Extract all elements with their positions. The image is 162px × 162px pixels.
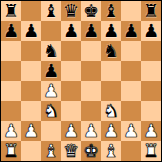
square-d4[interactable] [61, 81, 81, 101]
square-h2[interactable]: ♟ [141, 121, 161, 141]
piece-black-rook[interactable]: ♜ [3, 1, 19, 21]
piece-black-pawn[interactable]: ♟ [143, 21, 159, 41]
square-b1[interactable] [21, 141, 41, 161]
piece-black-knight[interactable]: ♞ [103, 41, 119, 61]
piece-white-pawn[interactable]: ♟ [103, 121, 119, 141]
square-h8[interactable]: ♜ [141, 1, 161, 21]
piece-white-rook[interactable]: ♜ [3, 141, 19, 161]
piece-black-pawn[interactable]: ♟ [3, 21, 19, 41]
square-f2[interactable]: ♟ [101, 121, 121, 141]
square-g4[interactable] [121, 81, 141, 101]
square-e3[interactable] [81, 101, 101, 121]
piece-white-pawn[interactable]: ♟ [23, 121, 39, 141]
square-f5[interactable] [101, 61, 121, 81]
square-h3[interactable] [141, 101, 161, 121]
piece-white-pawn[interactable]: ♟ [63, 121, 79, 141]
piece-black-pawn[interactable]: ♟ [83, 21, 99, 41]
square-e4[interactable] [81, 81, 101, 101]
square-c8[interactable]: ♝ [41, 1, 61, 21]
piece-white-king[interactable]: ♚ [83, 141, 99, 161]
square-b5[interactable] [21, 61, 41, 81]
piece-black-pawn[interactable]: ♟ [103, 21, 119, 41]
square-d1[interactable]: ♛ [61, 141, 81, 161]
piece-black-pawn[interactable]: ♟ [63, 21, 79, 41]
square-e1[interactable]: ♚ [81, 141, 101, 161]
square-e7[interactable]: ♟ [81, 21, 101, 41]
square-a5[interactable] [1, 61, 21, 81]
square-g1[interactable] [121, 141, 141, 161]
square-b2[interactable]: ♟ [21, 121, 41, 141]
square-g5[interactable] [121, 61, 141, 81]
piece-black-queen[interactable]: ♛ [63, 1, 79, 21]
square-d7[interactable]: ♟ [61, 21, 81, 41]
square-g2[interactable]: ♟ [121, 121, 141, 141]
square-b7[interactable]: ♟ [21, 21, 41, 41]
piece-white-pawn[interactable]: ♟ [83, 121, 99, 141]
piece-black-bishop[interactable]: ♝ [43, 1, 59, 21]
square-f1[interactable]: ♝ [101, 141, 121, 161]
piece-black-bishop[interactable]: ♝ [103, 1, 119, 21]
square-d8[interactable]: ♛ [61, 1, 81, 21]
piece-white-bishop[interactable]: ♝ [103, 141, 119, 161]
square-h1[interactable]: ♜ [141, 141, 161, 161]
square-e2[interactable]: ♟ [81, 121, 101, 141]
square-c7[interactable] [41, 21, 61, 41]
square-g8[interactable] [121, 1, 141, 21]
piece-white-knight[interactable]: ♞ [43, 101, 59, 121]
square-b6[interactable] [21, 41, 41, 61]
square-g3[interactable] [121, 101, 141, 121]
square-a7[interactable]: ♟ [1, 21, 21, 41]
piece-white-pawn[interactable]: ♟ [143, 121, 159, 141]
square-c6[interactable]: ♞ [41, 41, 61, 61]
square-g7[interactable]: ♟ [121, 21, 141, 41]
piece-black-pawn[interactable]: ♟ [43, 61, 59, 81]
square-h7[interactable]: ♟ [141, 21, 161, 41]
square-e5[interactable] [81, 61, 101, 81]
square-f3[interactable]: ♞ [101, 101, 121, 121]
piece-white-queen[interactable]: ♛ [63, 141, 79, 161]
square-f7[interactable]: ♟ [101, 21, 121, 41]
chess-board: ♜♝♛♚♝♜♟♟♟♟♟♟♟♞♞♟♟♞♞♟♟♟♟♟♟♟♜♝♛♚♝♜ [0, 0, 162, 162]
square-g6[interactable] [121, 41, 141, 61]
square-c5[interactable]: ♟ [41, 61, 61, 81]
piece-white-knight[interactable]: ♞ [103, 101, 119, 121]
square-f8[interactable]: ♝ [101, 1, 121, 21]
piece-black-king[interactable]: ♚ [83, 1, 99, 21]
square-d6[interactable] [61, 41, 81, 61]
square-a6[interactable] [1, 41, 21, 61]
piece-white-rook[interactable]: ♜ [143, 141, 159, 161]
piece-black-pawn[interactable]: ♟ [123, 21, 139, 41]
square-a4[interactable] [1, 81, 21, 101]
square-h4[interactable] [141, 81, 161, 101]
piece-white-pawn[interactable]: ♟ [3, 121, 19, 141]
square-c2[interactable] [41, 121, 61, 141]
square-f6[interactable]: ♞ [101, 41, 121, 61]
square-a1[interactable]: ♜ [1, 141, 21, 161]
piece-white-pawn[interactable]: ♟ [123, 121, 139, 141]
square-h5[interactable] [141, 61, 161, 81]
square-b8[interactable] [21, 1, 41, 21]
square-c1[interactable]: ♝ [41, 141, 61, 161]
piece-black-rook[interactable]: ♜ [143, 1, 159, 21]
square-a2[interactable]: ♟ [1, 121, 21, 141]
square-a8[interactable]: ♜ [1, 1, 21, 21]
square-a3[interactable] [1, 101, 21, 121]
square-e6[interactable] [81, 41, 101, 61]
square-c3[interactable]: ♞ [41, 101, 61, 121]
piece-black-knight[interactable]: ♞ [43, 41, 59, 61]
piece-white-bishop[interactable]: ♝ [43, 141, 59, 161]
square-b3[interactable] [21, 101, 41, 121]
square-d5[interactable] [61, 61, 81, 81]
square-e8[interactable]: ♚ [81, 1, 101, 21]
square-c4[interactable]: ♟ [41, 81, 61, 101]
square-b4[interactable] [21, 81, 41, 101]
square-h6[interactable] [141, 41, 161, 61]
square-d2[interactable]: ♟ [61, 121, 81, 141]
square-d3[interactable] [61, 101, 81, 121]
piece-white-pawn[interactable]: ♟ [43, 81, 59, 101]
piece-black-pawn[interactable]: ♟ [23, 21, 39, 41]
square-f4[interactable] [101, 81, 121, 101]
chess-board-window: ♜♝♛♚♝♜♟♟♟♟♟♟♟♞♞♟♟♞♞♟♟♟♟♟♟♟♜♝♛♚♝♜ [0, 0, 162, 162]
